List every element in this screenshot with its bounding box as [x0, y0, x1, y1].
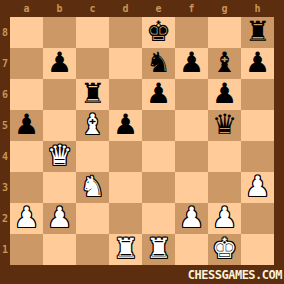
piece-white-pawn-g2: ♟ — [212, 204, 237, 232]
square-c7 — [76, 48, 109, 79]
piece-white-rook-d1: ♜ — [113, 235, 138, 263]
square-c8 — [76, 17, 109, 48]
square-h1 — [241, 234, 274, 265]
square-f3 — [175, 172, 208, 203]
square-b4: ♛ — [43, 141, 76, 172]
piece-white-pawn-h3: ♟ — [245, 173, 270, 201]
square-g4 — [208, 141, 241, 172]
square-d7 — [109, 48, 142, 79]
square-a2: ♟ — [10, 203, 43, 234]
piece-black-pawn-e6: ♟ — [146, 80, 171, 108]
square-h5 — [241, 110, 274, 141]
piece-white-rook-e1: ♜ — [146, 235, 171, 263]
piece-white-pawn-a2: ♟ — [14, 204, 39, 232]
square-h4 — [241, 141, 274, 172]
square-b6 — [43, 79, 76, 110]
square-a5: ♟ — [10, 110, 43, 141]
square-d5: ♟ — [109, 110, 142, 141]
square-a3 — [10, 172, 43, 203]
rank-label-1: 1 — [2, 245, 8, 255]
piece-white-pawn-b2: ♟ — [47, 204, 72, 232]
square-e3 — [142, 172, 175, 203]
square-e4 — [142, 141, 175, 172]
file-label-c: c — [89, 4, 95, 14]
piece-black-king-e8: ♚ — [146, 18, 171, 46]
piece-black-pawn-g6: ♟ — [212, 80, 237, 108]
square-g7: ♝ — [208, 48, 241, 79]
piece-black-pawn-b7: ♟ — [47, 49, 72, 77]
square-g2: ♟ — [208, 203, 241, 234]
square-d8 — [109, 17, 142, 48]
square-a6 — [10, 79, 43, 110]
square-b7: ♟ — [43, 48, 76, 79]
square-h7: ♟ — [241, 48, 274, 79]
piece-black-rook-h8: ♜ — [245, 18, 270, 46]
square-f8 — [175, 17, 208, 48]
square-a8 — [10, 17, 43, 48]
piece-black-bishop-g7: ♝ — [212, 49, 237, 77]
square-b8 — [43, 17, 76, 48]
piece-white-knight-c3: ♞ — [80, 173, 105, 201]
piece-black-pawn-a5: ♟ — [14, 111, 39, 139]
rank-label-4: 4 — [2, 152, 8, 162]
square-c3: ♞ — [76, 172, 109, 203]
piece-black-pawn-f7: ♟ — [179, 49, 204, 77]
square-b3 — [43, 172, 76, 203]
piece-black-pawn-h7: ♟ — [245, 49, 270, 77]
square-h2 — [241, 203, 274, 234]
square-e5 — [142, 110, 175, 141]
chess-diagram: abcdefgh 87654321 ♚♜♟♞♟♝♟♜♟♟♟♝♟♛♛♞♟♟♟♟♟♜… — [0, 0, 284, 284]
square-g6: ♟ — [208, 79, 241, 110]
piece-white-bishop-c5: ♝ — [80, 111, 105, 139]
file-label-a: a — [23, 4, 29, 14]
square-f4 — [175, 141, 208, 172]
square-f2: ♟ — [175, 203, 208, 234]
square-d1: ♜ — [109, 234, 142, 265]
square-c6: ♜ — [76, 79, 109, 110]
rank-label-2: 2 — [2, 214, 8, 224]
rank-labels: 87654321 — [0, 17, 10, 265]
square-e1: ♜ — [142, 234, 175, 265]
file-label-g: g — [221, 4, 227, 14]
rank-label-3: 3 — [2, 183, 8, 193]
square-h6 — [241, 79, 274, 110]
piece-black-pawn-d5: ♟ — [113, 111, 138, 139]
square-c5: ♝ — [76, 110, 109, 141]
square-b5 — [43, 110, 76, 141]
square-h8: ♜ — [241, 17, 274, 48]
rank-label-7: 7 — [2, 59, 8, 69]
file-label-b: b — [56, 4, 62, 14]
square-a7 — [10, 48, 43, 79]
square-e7: ♞ — [142, 48, 175, 79]
square-d2 — [109, 203, 142, 234]
square-d6 — [109, 79, 142, 110]
chessgames-watermark: CHESSGAMES.COM — [188, 269, 282, 281]
piece-white-queen-b4: ♛ — [47, 142, 72, 170]
square-g8 — [208, 17, 241, 48]
rank-label-5: 5 — [2, 121, 8, 131]
file-labels: abcdefgh — [10, 0, 274, 17]
square-f5 — [175, 110, 208, 141]
rank-label-6: 6 — [2, 90, 8, 100]
file-label-h: h — [254, 4, 260, 14]
square-f1 — [175, 234, 208, 265]
square-e6: ♟ — [142, 79, 175, 110]
rank-label-8: 8 — [2, 28, 8, 38]
square-b1 — [43, 234, 76, 265]
square-d4 — [109, 141, 142, 172]
piece-black-knight-e7: ♞ — [146, 49, 171, 77]
square-c1 — [76, 234, 109, 265]
piece-black-queen-g5: ♛ — [212, 111, 237, 139]
piece-white-king-g1: ♚ — [212, 235, 237, 263]
square-a1 — [10, 234, 43, 265]
piece-white-pawn-f2: ♟ — [179, 204, 204, 232]
square-a4 — [10, 141, 43, 172]
file-label-d: d — [122, 4, 128, 14]
square-f7: ♟ — [175, 48, 208, 79]
square-h3: ♟ — [241, 172, 274, 203]
file-label-f: f — [188, 4, 194, 14]
square-c2 — [76, 203, 109, 234]
square-g1: ♚ — [208, 234, 241, 265]
square-g3 — [208, 172, 241, 203]
square-e2 — [142, 203, 175, 234]
square-c4 — [76, 141, 109, 172]
chess-board: ♚♜♟♞♟♝♟♜♟♟♟♝♟♛♛♞♟♟♟♟♟♜♜♚ — [10, 17, 274, 265]
square-e8: ♚ — [142, 17, 175, 48]
square-g5: ♛ — [208, 110, 241, 141]
piece-black-rook-c6: ♜ — [80, 80, 105, 108]
square-b2: ♟ — [43, 203, 76, 234]
file-label-e: e — [155, 4, 161, 14]
square-f6 — [175, 79, 208, 110]
square-d3 — [109, 172, 142, 203]
